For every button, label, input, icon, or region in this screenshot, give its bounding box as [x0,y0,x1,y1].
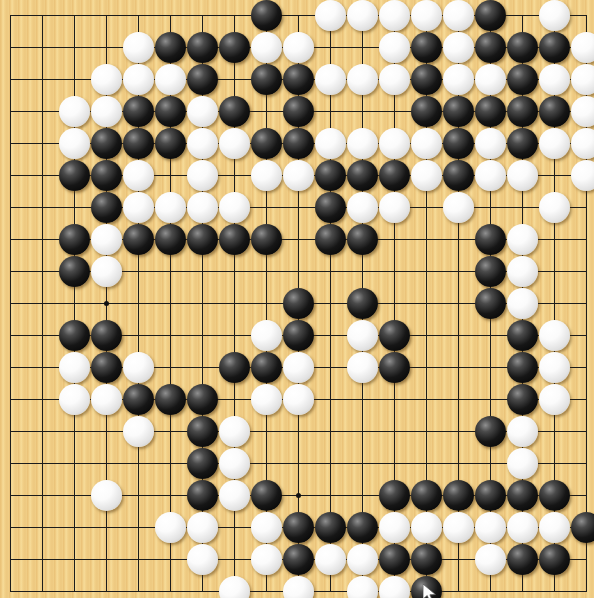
white-stone[interactable] [347,320,378,351]
white-stone[interactable] [187,544,218,575]
white-stone[interactable] [155,64,186,95]
black-stone[interactable] [411,32,442,63]
white-stone[interactable] [379,192,410,223]
black-stone[interactable] [539,96,570,127]
black-stone[interactable] [155,96,186,127]
white-stone[interactable] [379,576,410,598]
white-stone[interactable] [187,192,218,223]
black-stone[interactable] [219,224,250,255]
black-stone[interactable] [155,128,186,159]
hoshi-point [104,301,109,306]
white-stone[interactable] [443,192,474,223]
black-stone[interactable] [251,352,282,383]
white-stone[interactable] [347,352,378,383]
white-stone[interactable] [59,128,90,159]
black-stone[interactable] [91,128,122,159]
white-stone[interactable] [443,0,474,31]
black-stone[interactable] [187,480,218,511]
white-stone[interactable] [219,192,250,223]
black-stone[interactable] [283,512,314,543]
white-stone[interactable] [411,0,442,31]
white-stone[interactable] [539,128,570,159]
black-stone[interactable] [219,96,250,127]
black-stone[interactable] [315,224,346,255]
white-stone[interactable] [507,288,538,319]
white-stone[interactable] [411,512,442,543]
black-stone[interactable] [379,544,410,575]
white-stone[interactable] [251,544,282,575]
black-stone[interactable] [507,544,538,575]
white-stone[interactable] [539,352,570,383]
white-stone[interactable] [443,32,474,63]
white-stone[interactable] [443,64,474,95]
white-stone[interactable] [539,320,570,351]
black-stone[interactable] [187,64,218,95]
white-stone[interactable] [283,160,314,191]
white-stone[interactable] [91,96,122,127]
white-stone[interactable] [59,352,90,383]
white-stone[interactable] [475,64,506,95]
black-stone[interactable] [539,480,570,511]
white-stone[interactable] [219,480,250,511]
black-stone[interactable] [379,480,410,511]
white-stone[interactable] [187,96,218,127]
white-stone[interactable] [379,512,410,543]
black-stone[interactable] [315,160,346,191]
black-stone[interactable] [315,512,346,543]
white-stone[interactable] [123,416,154,447]
white-stone[interactable] [475,160,506,191]
white-stone[interactable] [379,128,410,159]
white-stone[interactable] [571,96,594,127]
white-stone[interactable] [251,320,282,351]
white-stone[interactable] [507,512,538,543]
black-stone[interactable] [443,96,474,127]
black-stone[interactable] [187,384,218,415]
white-stone[interactable] [283,352,314,383]
black-stone[interactable] [347,224,378,255]
black-stone[interactable] [283,544,314,575]
black-stone[interactable] [59,160,90,191]
white-stone[interactable] [155,512,186,543]
white-stone[interactable] [507,416,538,447]
black-stone[interactable] [155,384,186,415]
white-stone[interactable] [475,512,506,543]
black-stone[interactable] [411,480,442,511]
white-stone[interactable] [379,64,410,95]
black-stone[interactable] [283,64,314,95]
white-stone[interactable] [571,64,594,95]
black-stone[interactable] [379,160,410,191]
white-stone[interactable] [91,64,122,95]
white-stone[interactable] [59,96,90,127]
black-stone[interactable] [507,128,538,159]
black-stone[interactable] [251,480,282,511]
white-stone[interactable] [475,128,506,159]
black-stone[interactable] [187,32,218,63]
white-stone[interactable] [251,512,282,543]
white-stone[interactable] [251,32,282,63]
black-stone[interactable] [91,320,122,351]
black-stone[interactable] [379,352,410,383]
white-stone[interactable] [219,128,250,159]
white-stone[interactable] [283,384,314,415]
white-stone[interactable] [123,352,154,383]
white-stone[interactable] [187,512,218,543]
white-stone[interactable] [347,0,378,31]
white-stone[interactable] [91,480,122,511]
black-stone[interactable] [123,128,154,159]
black-stone[interactable] [59,320,90,351]
black-stone[interactable] [475,32,506,63]
black-stone[interactable] [475,96,506,127]
white-stone[interactable] [123,64,154,95]
white-stone[interactable] [347,128,378,159]
black-stone[interactable] [91,160,122,191]
black-stone[interactable] [475,0,506,31]
black-stone[interactable] [251,224,282,255]
white-stone[interactable] [59,384,90,415]
white-stone[interactable] [219,576,250,598]
black-stone[interactable] [571,512,594,543]
black-stone[interactable] [379,320,410,351]
black-stone[interactable] [411,544,442,575]
black-stone[interactable] [411,96,442,127]
black-stone[interactable] [251,0,282,31]
white-stone[interactable] [187,128,218,159]
white-stone[interactable] [411,160,442,191]
white-stone[interactable] [315,544,346,575]
black-stone[interactable] [283,320,314,351]
white-stone[interactable] [315,64,346,95]
black-stone[interactable] [475,288,506,319]
white-stone[interactable] [283,32,314,63]
black-stone[interactable] [539,32,570,63]
black-stone[interactable] [507,352,538,383]
white-stone[interactable] [315,0,346,31]
black-stone[interactable] [411,64,442,95]
black-stone[interactable] [475,416,506,447]
white-stone[interactable] [347,64,378,95]
black-stone[interactable] [187,224,218,255]
hoshi-point [296,493,301,498]
black-stone[interactable] [59,256,90,287]
black-stone[interactable] [187,416,218,447]
white-stone[interactable] [123,192,154,223]
black-stone[interactable] [347,160,378,191]
white-stone[interactable] [155,192,186,223]
black-stone[interactable] [507,64,538,95]
black-stone[interactable] [475,256,506,287]
white-stone[interactable] [571,160,594,191]
white-stone[interactable] [251,160,282,191]
white-stone[interactable] [123,32,154,63]
white-stone[interactable] [91,224,122,255]
white-stone[interactable] [443,512,474,543]
white-stone[interactable] [571,32,594,63]
white-stone[interactable] [539,0,570,31]
black-stone[interactable] [59,224,90,255]
black-stone[interactable] [283,96,314,127]
black-stone[interactable] [187,448,218,479]
white-stone[interactable] [539,384,570,415]
black-stone[interactable] [155,224,186,255]
white-stone[interactable] [379,0,410,31]
black-stone[interactable] [91,352,122,383]
white-stone[interactable] [539,192,570,223]
black-stone[interactable] [155,32,186,63]
black-stone[interactable] [251,64,282,95]
white-stone[interactable] [539,64,570,95]
black-stone[interactable] [507,32,538,63]
white-stone[interactable] [347,576,378,598]
black-stone[interactable] [443,128,474,159]
white-stone[interactable] [219,416,250,447]
white-stone[interactable] [507,160,538,191]
black-stone[interactable] [443,160,474,191]
black-stone[interactable] [411,576,442,598]
black-stone[interactable] [475,480,506,511]
go-board-screenshot [0,0,594,598]
black-stone[interactable] [507,320,538,351]
white-stone[interactable] [187,160,218,191]
grid-hline [10,463,587,464]
black-stone[interactable] [283,128,314,159]
white-stone[interactable] [507,448,538,479]
black-stone[interactable] [123,96,154,127]
black-stone[interactable] [251,128,282,159]
black-stone[interactable] [347,512,378,543]
white-stone[interactable] [539,512,570,543]
white-stone[interactable] [91,256,122,287]
black-stone[interactable] [315,192,346,223]
white-stone[interactable] [219,448,250,479]
black-stone[interactable] [219,32,250,63]
white-stone[interactable] [283,576,314,598]
black-stone[interactable] [123,384,154,415]
black-stone[interactable] [283,288,314,319]
grid-vline [330,15,331,592]
white-stone[interactable] [251,384,282,415]
white-stone[interactable] [571,128,594,159]
black-stone[interactable] [347,288,378,319]
black-stone[interactable] [219,352,250,383]
white-stone[interactable] [411,128,442,159]
black-stone[interactable] [539,544,570,575]
black-stone[interactable] [443,480,474,511]
black-stone[interactable] [91,192,122,223]
white-stone[interactable] [507,224,538,255]
white-stone[interactable] [123,160,154,191]
black-stone[interactable] [507,96,538,127]
white-stone[interactable] [507,256,538,287]
white-stone[interactable] [379,32,410,63]
black-stone[interactable] [123,224,154,255]
black-stone[interactable] [475,224,506,255]
white-stone[interactable] [91,384,122,415]
white-stone[interactable] [347,544,378,575]
white-stone[interactable] [315,128,346,159]
white-stone[interactable] [475,544,506,575]
black-stone[interactable] [507,480,538,511]
black-stone[interactable] [507,384,538,415]
white-stone[interactable] [347,192,378,223]
